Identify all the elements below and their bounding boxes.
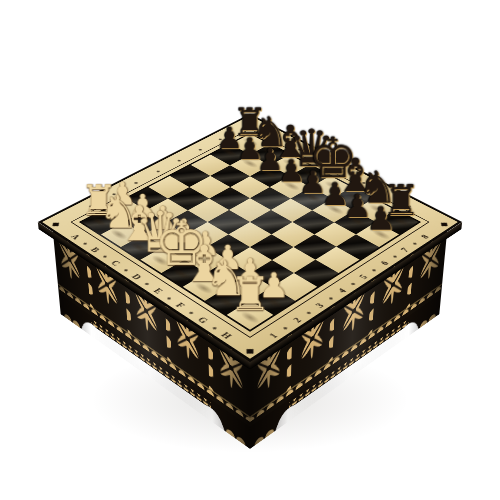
border-mark bbox=[340, 171, 343, 173]
border-mark bbox=[178, 160, 181, 162]
border-mark bbox=[298, 149, 301, 150]
border-corner-diamond bbox=[247, 123, 252, 126]
border-mark bbox=[219, 138, 222, 139]
white-rook-glyph: ♜ bbox=[213, 271, 288, 317]
black-pawn-glyph: ♟ bbox=[347, 202, 416, 234]
border-mark bbox=[157, 171, 160, 173]
border-mark bbox=[362, 182, 365, 184]
border-mark bbox=[199, 149, 202, 150]
border-mark bbox=[278, 138, 281, 139]
chess-set-photo: ABCDEFGH12345678 bbox=[0, 0, 500, 500]
chess-box: ABCDEFGH12345678 bbox=[38, 114, 462, 362]
border-mark bbox=[319, 160, 322, 162]
